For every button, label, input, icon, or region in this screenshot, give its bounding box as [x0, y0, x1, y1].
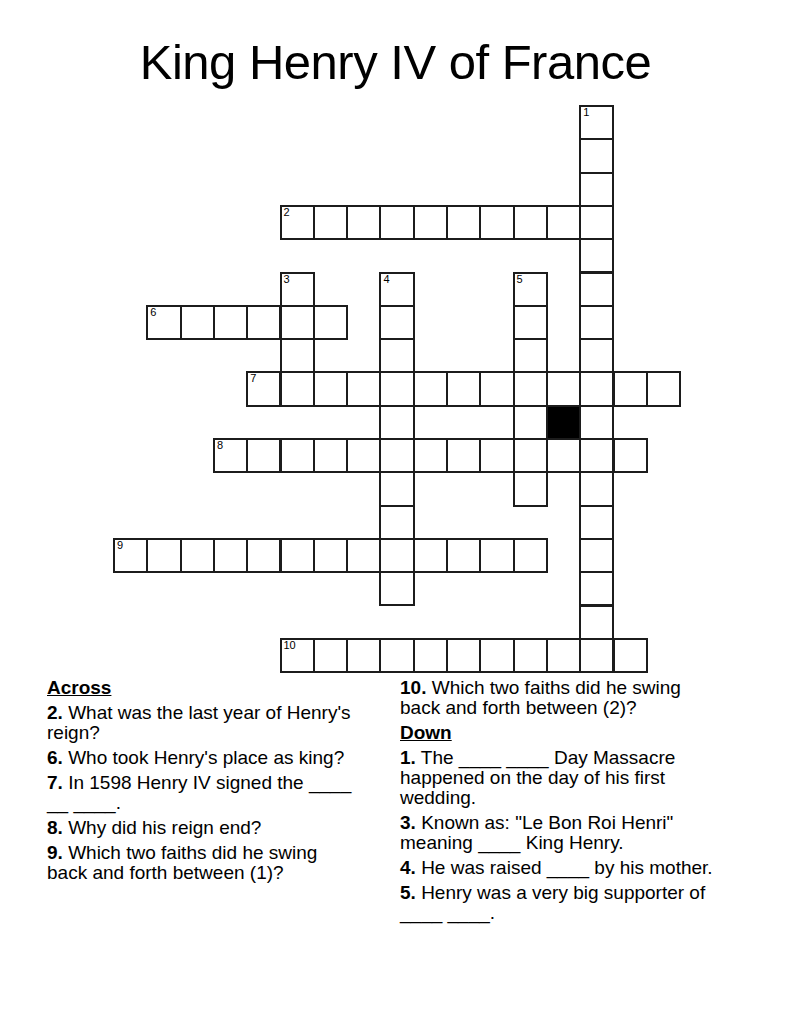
- answer-cell-r5c5[interactable]: 3: [280, 272, 315, 307]
- clue-down-5: 5. Henry was a very big supporter of____…: [400, 883, 743, 923]
- clues-column-right: 10. Which two faiths did he swingback an…: [400, 678, 743, 928]
- answer-cell-r3c11[interactable]: [479, 205, 514, 240]
- puzzle-title: King Henry IV of France: [0, 34, 791, 90]
- answer-cell-r13c12[interactable]: [513, 538, 548, 573]
- answer-cell-r11c8[interactable]: [379, 471, 414, 506]
- answer-cell-r16c11[interactable]: [479, 638, 514, 673]
- answer-cell-r13c2[interactable]: [180, 538, 215, 573]
- cell-number-10: 10: [284, 639, 296, 651]
- crossword-worksheet: King Henry IV of France 12345678910 Acro…: [0, 0, 791, 1024]
- clue-number: 2.: [47, 702, 63, 723]
- crossword-grid: 12345678910: [113, 105, 681, 673]
- answer-cell-r10c10[interactable]: [446, 438, 481, 473]
- answer-cell-r13c3[interactable]: [213, 538, 248, 573]
- answer-cell-r6c3[interactable]: [213, 305, 248, 340]
- answer-cell-r7c5[interactable]: [280, 338, 315, 373]
- answer-cell-r8c11[interactable]: [479, 371, 514, 406]
- answer-cell-r2c14[interactable]: [579, 172, 614, 207]
- answer-cell-r8c5[interactable]: [280, 371, 315, 406]
- answer-cell-r13c10[interactable]: [446, 538, 481, 573]
- answer-cell-r5c12[interactable]: 5: [513, 272, 548, 307]
- clue-across-2: 2. What was the last year of Henry'sreig…: [47, 703, 390, 743]
- answer-cell-r8c6[interactable]: [313, 371, 348, 406]
- answer-cell-r10c7[interactable]: [346, 438, 381, 473]
- answer-cell-r7c8[interactable]: [379, 338, 414, 373]
- answer-cell-r6c8[interactable]: [379, 305, 414, 340]
- answer-cell-r6c1[interactable]: 6: [146, 305, 181, 340]
- answer-cell-r9c12[interactable]: [513, 405, 548, 440]
- answer-cell-r10c8[interactable]: [379, 438, 414, 473]
- answer-cell-r10c12[interactable]: [513, 438, 548, 473]
- answer-cell-r3c8[interactable]: [379, 205, 414, 240]
- answer-cell-r10c13[interactable]: [546, 438, 581, 473]
- answer-cell-r13c9[interactable]: [413, 538, 448, 573]
- answer-cell-r9c14[interactable]: [579, 405, 614, 440]
- answer-cell-r16c14[interactable]: [579, 638, 614, 673]
- answer-cell-r13c7[interactable]: [346, 538, 381, 573]
- answer-cell-r14c14[interactable]: [579, 571, 614, 606]
- answer-cell-r8c4[interactable]: 7: [246, 371, 281, 406]
- answer-cell-r12c8[interactable]: [379, 505, 414, 540]
- answer-cell-r3c10[interactable]: [446, 205, 481, 240]
- cell-number-3: 3: [284, 273, 290, 285]
- answer-cell-r10c3[interactable]: 8: [213, 438, 248, 473]
- cell-number-9: 9: [117, 539, 123, 551]
- clue-across-10: 10. Which two faiths did he swingback an…: [400, 678, 743, 718]
- answer-cell-r13c8[interactable]: [379, 538, 414, 573]
- cell-number-2: 2: [284, 206, 290, 218]
- answer-cell-r10c11[interactable]: [479, 438, 514, 473]
- answer-cell-r12c14[interactable]: [579, 505, 614, 540]
- clues-column-left: Across2. What was the last year of Henry…: [47, 678, 390, 928]
- answer-cell-r1c14[interactable]: [579, 138, 614, 173]
- cell-number-4: 4: [383, 273, 389, 285]
- clue-down-1: 1. The ____ ____ Day Massacrehappened on…: [400, 748, 743, 808]
- answer-cell-r16c15[interactable]: [613, 638, 648, 673]
- answer-cell-r10c15[interactable]: [613, 438, 648, 473]
- answer-cell-r8c9[interactable]: [413, 371, 448, 406]
- answer-cell-r4c14[interactable]: [579, 238, 614, 273]
- answer-cell-r3c9[interactable]: [413, 205, 448, 240]
- answer-cell-r6c14[interactable]: [579, 305, 614, 340]
- cell-number-6: 6: [150, 306, 156, 318]
- answer-cell-r11c12[interactable]: [513, 471, 548, 506]
- answer-cell-r13c5[interactable]: [280, 538, 315, 573]
- cell-number-1: 1: [583, 106, 589, 118]
- answer-cell-r6c4[interactable]: [246, 305, 281, 340]
- answer-cell-r14c8[interactable]: [379, 571, 414, 606]
- clue-across-9: 9. Which two faiths did he swingback and…: [47, 843, 390, 883]
- answer-cell-r8c10[interactable]: [446, 371, 481, 406]
- answer-cell-r10c4[interactable]: [246, 438, 281, 473]
- answer-cell-r3c5[interactable]: 2: [280, 205, 315, 240]
- answer-cell-r6c6[interactable]: [313, 305, 348, 340]
- down-heading: Down: [400, 723, 743, 743]
- answer-cell-r16c5[interactable]: 10: [280, 638, 315, 673]
- answer-cell-r7c12[interactable]: [513, 338, 548, 373]
- clue-number: 3.: [400, 812, 416, 833]
- clue-across-7: 7. In 1598 Henry IV signed the ______ __…: [47, 773, 390, 813]
- blocked-cell: [546, 405, 581, 440]
- clue-number: 10.: [400, 677, 426, 698]
- answer-cell-r13c6[interactable]: [313, 538, 348, 573]
- answer-cell-r8c14[interactable]: [579, 371, 614, 406]
- clues-section: Across2. What was the last year of Henry…: [47, 678, 754, 928]
- answer-cell-r16c6[interactable]: [313, 638, 348, 673]
- clue-number: 5.: [400, 882, 416, 903]
- answer-cell-r16c12[interactable]: [513, 638, 548, 673]
- clue-down-4: 4. He was raised ____ by his mother.: [400, 858, 743, 878]
- cell-number-5: 5: [517, 273, 523, 285]
- answer-cell-r13c0[interactable]: 9: [113, 538, 148, 573]
- answer-cell-r16c7[interactable]: [346, 638, 381, 673]
- answer-cell-r15c14[interactable]: [579, 605, 614, 640]
- clue-number: 1.: [400, 747, 416, 768]
- answer-cell-r13c11[interactable]: [479, 538, 514, 573]
- answer-cell-r13c4[interactable]: [246, 538, 281, 573]
- answer-cell-r9c8[interactable]: [379, 405, 414, 440]
- answer-cell-r10c6[interactable]: [313, 438, 348, 473]
- clue-across-8: 8. Why did his reign end?: [47, 818, 390, 838]
- clue-down-3: 3. Known as: "Le Bon Roi Henri"meaning _…: [400, 813, 743, 853]
- answer-cell-r16c13[interactable]: [546, 638, 581, 673]
- clue-number: 8.: [47, 817, 63, 838]
- clue-number: 6.: [47, 747, 63, 768]
- answer-cell-r5c8[interactable]: 4: [379, 272, 414, 307]
- answer-cell-r8c12[interactable]: [513, 371, 548, 406]
- answer-cell-r11c14[interactable]: [579, 471, 614, 506]
- answer-cell-r8c7[interactable]: [346, 371, 381, 406]
- answer-cell-r10c14[interactable]: [579, 438, 614, 473]
- answer-cell-r16c9[interactable]: [413, 638, 448, 673]
- answer-cell-r8c13[interactable]: [546, 371, 581, 406]
- answer-cell-r3c12[interactable]: [513, 205, 548, 240]
- answer-cell-r0c14[interactable]: 1: [579, 105, 614, 140]
- cell-number-7: 7: [250, 372, 256, 384]
- answer-cell-r8c16[interactable]: [646, 371, 681, 406]
- answer-cell-r10c9[interactable]: [413, 438, 448, 473]
- across-heading: Across: [47, 678, 390, 698]
- answer-cell-r3c7[interactable]: [346, 205, 381, 240]
- clue-number: 9.: [47, 842, 63, 863]
- answer-cell-r3c14[interactable]: [579, 205, 614, 240]
- answer-cell-r6c2[interactable]: [180, 305, 215, 340]
- answer-cell-r16c10[interactable]: [446, 638, 481, 673]
- answer-cell-r8c15[interactable]: [613, 371, 648, 406]
- answer-cell-r5c14[interactable]: [579, 272, 614, 307]
- answer-cell-r6c12[interactable]: [513, 305, 548, 340]
- answer-cell-r3c6[interactable]: [313, 205, 348, 240]
- answer-cell-r16c8[interactable]: [379, 638, 414, 673]
- clue-number: 4.: [400, 857, 416, 878]
- answer-cell-r13c1[interactable]: [146, 538, 181, 573]
- cell-number-8: 8: [217, 439, 223, 451]
- clue-number: 7.: [47, 772, 63, 793]
- answer-cell-r8c8[interactable]: [379, 371, 414, 406]
- clue-across-6: 6. Who took Henry's place as king?: [47, 748, 390, 768]
- answer-cell-r6c5[interactable]: [280, 305, 315, 340]
- answer-cell-r13c14[interactable]: [579, 538, 614, 573]
- answer-cell-r3c13[interactable]: [546, 205, 581, 240]
- answer-cell-r10c5[interactable]: [280, 438, 315, 473]
- answer-cell-r7c14[interactable]: [579, 338, 614, 373]
